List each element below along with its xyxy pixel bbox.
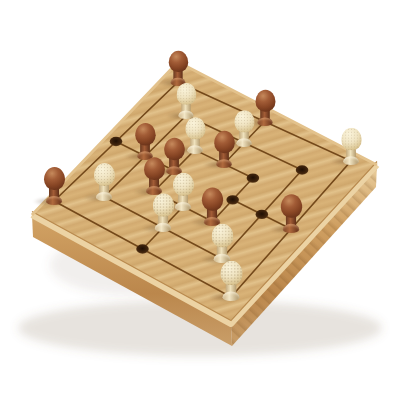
peg-foot: [46, 196, 62, 205]
peg-head: [152, 193, 173, 216]
peg-head: [185, 117, 205, 139]
peg-a7-dark[interactable]: [166, 51, 190, 86]
peg-foot: [257, 117, 272, 126]
peg-e3-dark[interactable]: [199, 187, 225, 225]
peg-g7-light[interactable]: [338, 128, 363, 165]
product-photo-stage: [0, 0, 400, 400]
peg-head: [164, 137, 185, 160]
peg-head: [211, 223, 233, 247]
peg-foot: [236, 138, 251, 147]
peg-head: [43, 167, 64, 190]
peg-b4-dark[interactable]: [132, 123, 157, 160]
peg-head: [94, 163, 115, 186]
peg-head: [168, 51, 188, 72]
peg-head: [214, 131, 235, 153]
peg-head: [202, 187, 223, 210]
peg-head: [143, 158, 164, 181]
peg-head: [280, 194, 301, 217]
peg-foot: [155, 223, 171, 232]
peg-head: [135, 123, 155, 145]
peg-head: [176, 83, 196, 105]
peg-b2-light[interactable]: [91, 163, 117, 201]
peg-head: [234, 110, 254, 132]
peg-a1-dark[interactable]: [41, 167, 67, 205]
peg-foot: [187, 145, 203, 154]
peg-foot: [96, 192, 112, 201]
peg-head: [173, 172, 194, 195]
peg-b6-light[interactable]: [174, 83, 199, 119]
peg-foot: [223, 291, 240, 301]
peg-head: [254, 89, 274, 111]
peg-c3-dark[interactable]: [141, 158, 167, 196]
peg-g1-light[interactable]: [217, 261, 245, 301]
pegs-layer: [0, 0, 400, 400]
peg-f2-light[interactable]: [208, 223, 235, 262]
peg-d5-dark[interactable]: [211, 131, 236, 168]
peg-foot: [343, 156, 359, 165]
peg-foot: [283, 224, 299, 233]
peg-foot: [175, 201, 191, 210]
peg-head: [220, 261, 242, 285]
peg-foot: [216, 159, 232, 168]
peg-head: [341, 128, 362, 150]
peg-d2-light[interactable]: [150, 193, 176, 232]
peg-g4-dark[interactable]: [278, 194, 304, 233]
